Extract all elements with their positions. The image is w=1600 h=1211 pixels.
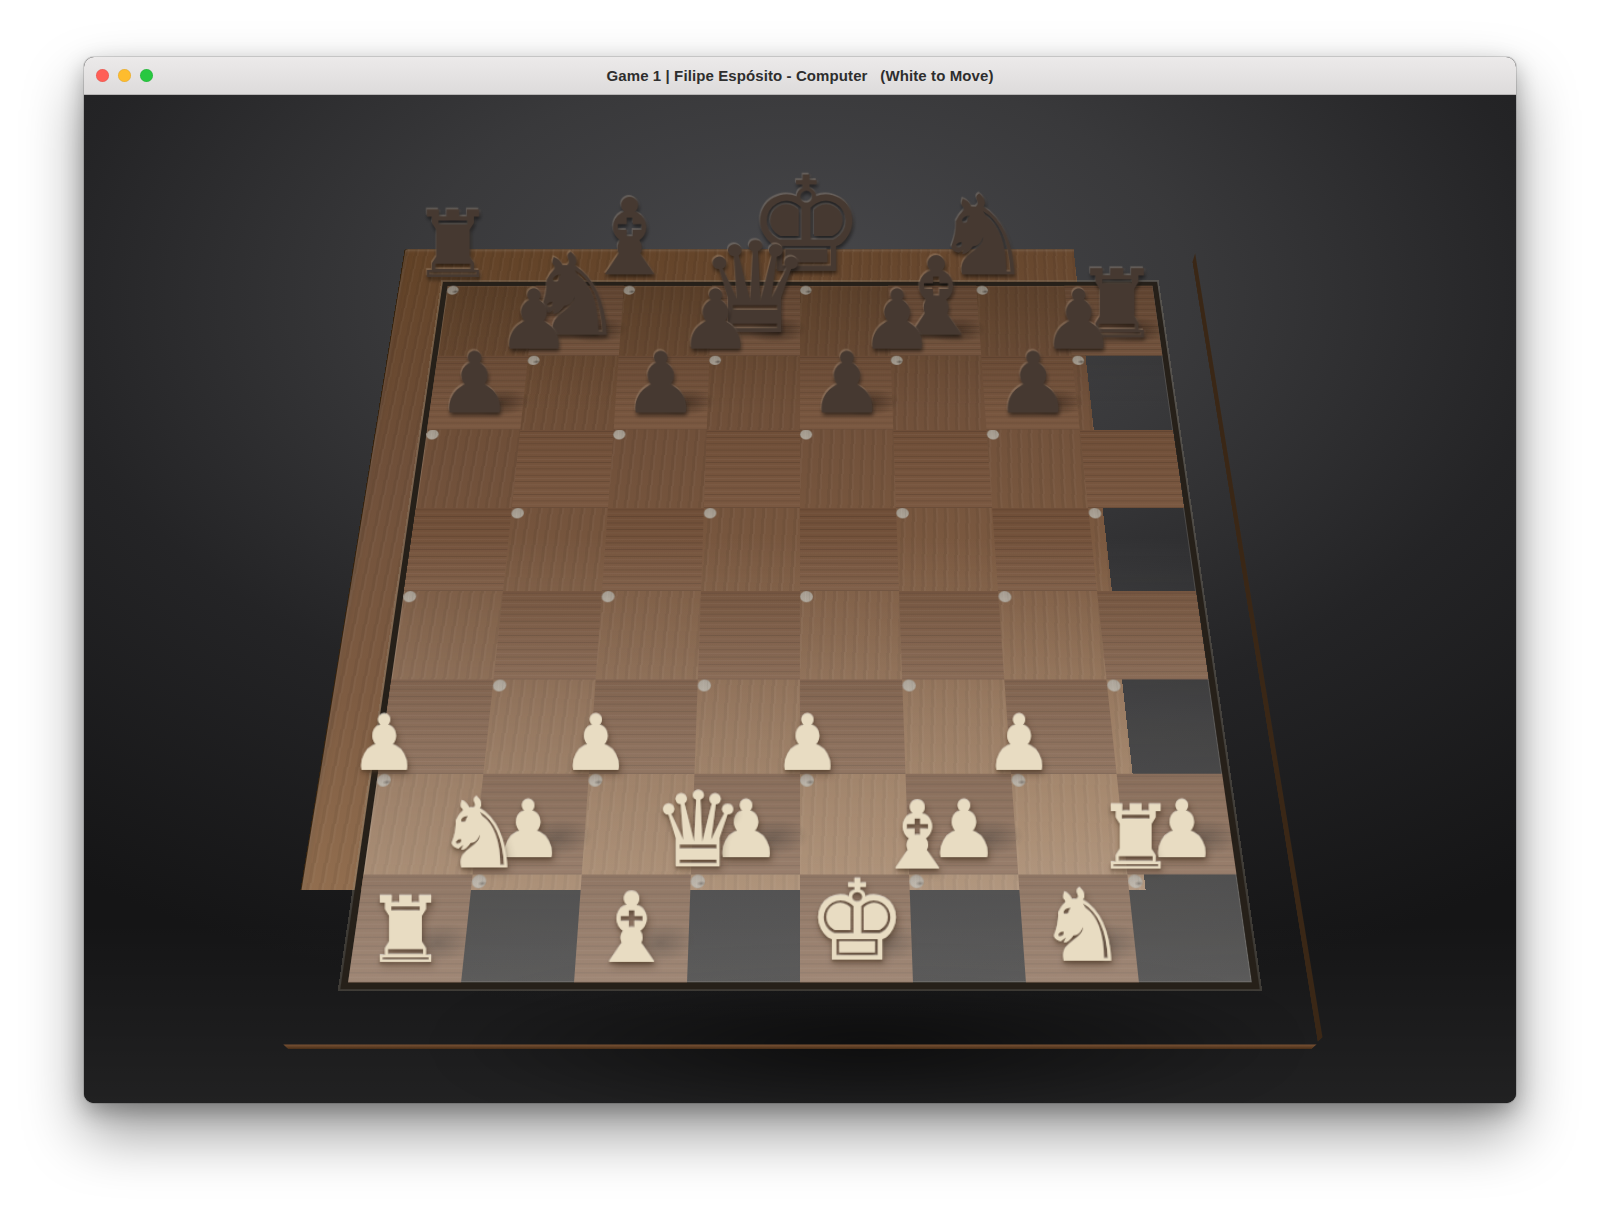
square-g6[interactable] [986, 430, 999, 440]
square-f7[interactable]: ♟ [891, 356, 903, 365]
piece-black-pawn-a7[interactable]: ♟ [436, 341, 512, 426]
square-e6[interactable] [800, 430, 812, 440]
square-c4[interactable] [601, 591, 615, 602]
minimize-button[interactable] [118, 69, 131, 82]
square-h3[interactable] [1106, 679, 1121, 691]
board-front-edge [283, 1044, 1316, 1048]
zoom-button[interactable] [140, 69, 153, 82]
square-c6[interactable] [613, 430, 626, 440]
piece-white-pawn-a2[interactable]: ♟ [349, 705, 418, 782]
window-controls [96, 57, 153, 94]
square-a2[interactable]: ♟ [376, 774, 392, 787]
piece-black-pawn-e7[interactable]: ♟ [809, 341, 885, 426]
square-b6[interactable] [512, 430, 614, 508]
piece-white-king-e1[interactable]: ♚ [806, 865, 906, 977]
square-b4[interactable] [494, 591, 602, 679]
square-c1[interactable]: ♝ [574, 875, 691, 983]
window-title: Game 1 | Filipe Espósito - Computer (Whi… [606, 67, 993, 84]
square-f5[interactable] [896, 508, 909, 519]
square-g2[interactable]: ♟ [1011, 774, 1026, 787]
close-button[interactable] [96, 69, 109, 82]
piece-white-rook-a1[interactable]: ♜ [364, 886, 446, 977]
square-h5[interactable] [1088, 508, 1102, 519]
square-g7[interactable]: ♟ [981, 356, 1080, 430]
square-e7[interactable]: ♟ [800, 356, 893, 430]
titlebar[interactable]: Game 1 | Filipe Espósito - Computer (Whi… [84, 57, 1516, 95]
scene: ♜♞♝♛♚♝♞♜♟♟♟♟♟♟♟♟♟♟♟♟♟♟♟♟♜♞♝♛♚♝♞♜ [84, 95, 1516, 1103]
square-d6[interactable] [704, 430, 800, 508]
chess-window: Game 1 | Filipe Espósito - Computer (Whi… [84, 57, 1516, 1103]
square-e2[interactable]: ♟ [800, 774, 814, 787]
square-d3[interactable] [697, 679, 711, 691]
square-c2[interactable]: ♟ [588, 774, 603, 787]
square-g5[interactable] [992, 508, 1097, 591]
piece-white-queen-d1[interactable]: ♛ [651, 779, 744, 883]
square-f3[interactable] [902, 679, 916, 691]
square-a1[interactable]: ♜ [348, 875, 473, 983]
piece-black-pawn-g7[interactable]: ♟ [995, 341, 1071, 426]
square-a4[interactable] [402, 591, 417, 602]
piece-black-rook-a8[interactable]: ♜ [411, 199, 494, 292]
square-b7[interactable]: ♟ [527, 356, 540, 365]
piece-white-pawn-g2[interactable]: ♟ [984, 705, 1053, 782]
square-h6[interactable] [1080, 430, 1184, 508]
square-e1[interactable]: ♚ [800, 875, 913, 983]
chess-board[interactable]: ♜♞♝♛♚♝♞♜♟♟♟♟♟♟♟♟♟♟♟♟♟♟♟♟♜♞♝♛♚♝♞♜ [276, 249, 1323, 1044]
square-f4[interactable] [899, 591, 1004, 679]
square-g1[interactable]: ♞ [1018, 875, 1139, 983]
square-d7[interactable]: ♟ [709, 356, 721, 365]
square-e4[interactable] [800, 591, 813, 602]
square-g4[interactable] [998, 591, 1012, 602]
square-a6[interactable] [426, 430, 440, 440]
piece-white-pawn-e2[interactable]: ♟ [772, 705, 841, 782]
square-h7[interactable]: ♟ [1072, 356, 1085, 365]
board-squares: ♜♞♝♛♚♝♞♜♟♟♟♟♟♟♟♟♟♟♟♟♟♟♟♟♜♞♝♛♚♝♞♜ [348, 286, 1252, 983]
square-a8[interactable]: ♜ [446, 286, 459, 295]
square-d1[interactable]: ♛ [690, 875, 705, 889]
square-c7[interactable]: ♟ [614, 356, 710, 430]
square-a5[interactable] [404, 508, 512, 591]
square-a7[interactable]: ♟ [427, 356, 528, 430]
square-f1[interactable]: ♝ [909, 875, 924, 889]
square-b1[interactable]: ♞ [471, 875, 487, 889]
board-inner-trim: ♜♞♝♛♚♝♞♜♟♟♟♟♟♟♟♟♟♟♟♟♟♟♟♟♜♞♝♛♚♝♞♜ [340, 282, 1260, 989]
square-b5[interactable] [511, 508, 525, 519]
square-h4[interactable] [1097, 591, 1209, 679]
square-e5[interactable] [800, 508, 899, 591]
piece-white-bishop-c1[interactable]: ♝ [587, 880, 674, 977]
board-frame: ♜♞♝♛♚♝♞♜♟♟♟♟♟♟♟♟♟♟♟♟♟♟♟♟♜♞♝♛♚♝♞♜ [276, 249, 1323, 1044]
square-d4[interactable] [698, 591, 800, 679]
piece-white-pawn-c2[interactable]: ♟ [561, 705, 630, 782]
square-b3[interactable] [492, 679, 507, 691]
square-h1[interactable]: ♜ [1127, 875, 1143, 889]
square-d5[interactable] [704, 508, 717, 519]
piece-black-pawn-c7[interactable]: ♟ [622, 341, 698, 426]
piece-white-knight-b1[interactable]: ♞ [435, 786, 522, 883]
piece-white-knight-g1[interactable]: ♞ [1037, 877, 1127, 977]
square-c5[interactable] [602, 508, 704, 591]
square-f6[interactable] [893, 430, 992, 508]
